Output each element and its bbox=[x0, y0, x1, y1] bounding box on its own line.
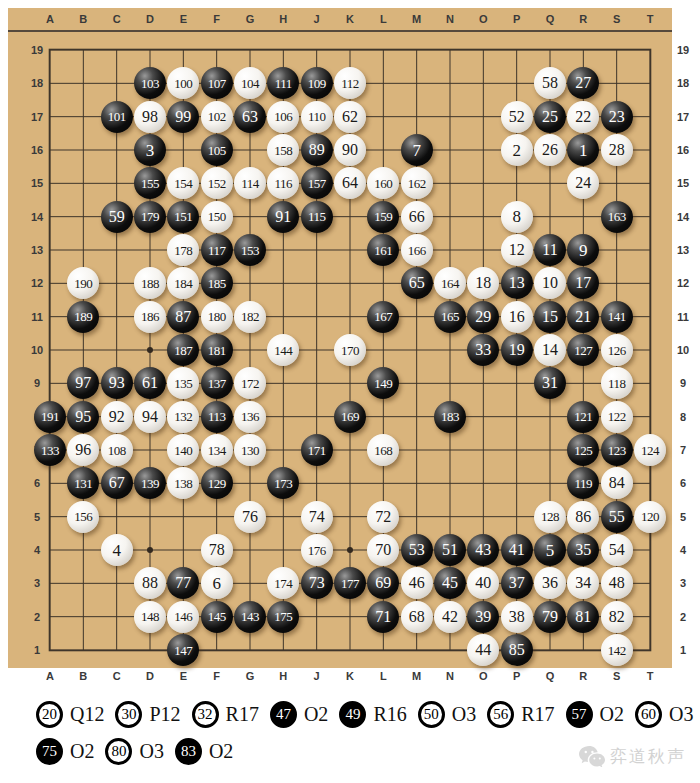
caption-stone-black-49: 49 bbox=[339, 701, 366, 728]
stone-black-55: 55 bbox=[601, 501, 633, 533]
stone-black-99: 99 bbox=[167, 101, 199, 133]
coord-right-19: 19 bbox=[677, 44, 689, 56]
coord-left-17: 17 bbox=[31, 111, 43, 123]
caption-stone-black-75: 75 bbox=[36, 738, 63, 765]
go-game-diagram-page: AABBCCDDEEFFGGHHJJKKLLMMNNOOPPQQRRSSTT19… bbox=[0, 0, 700, 783]
stone-black-153: 153 bbox=[234, 234, 266, 266]
coord-bottom-T: T bbox=[647, 670, 654, 682]
caption-move-57: 57O2 bbox=[566, 701, 624, 728]
stone-black-143: 143 bbox=[234, 601, 266, 633]
stone-white-16: 16 bbox=[501, 301, 533, 333]
caption-row-2: 75O280O383O2 bbox=[36, 738, 233, 765]
caption-coordinate: O2 bbox=[600, 703, 624, 726]
coord-top-T: T bbox=[647, 13, 654, 25]
stone-white-142: 142 bbox=[601, 634, 633, 666]
stone-white-170: 170 bbox=[334, 334, 366, 366]
caption-stone-white-56: 56 bbox=[487, 701, 514, 728]
caption-coordinate: O3 bbox=[452, 703, 476, 726]
caption-coordinate: O2 bbox=[70, 740, 94, 763]
coord-bottom-B: B bbox=[79, 670, 87, 682]
stone-black-5: 5 bbox=[534, 534, 566, 566]
stone-black-7: 7 bbox=[401, 134, 433, 166]
stone-black-113: 113 bbox=[201, 401, 233, 433]
coord-right-8: 8 bbox=[680, 411, 686, 423]
stone-black-183: 183 bbox=[434, 401, 466, 433]
coord-top-H: H bbox=[279, 13, 287, 25]
caption-move-20: 20Q12 bbox=[36, 701, 104, 728]
stone-white-186: 186 bbox=[134, 301, 166, 333]
caption-coordinate: R17 bbox=[226, 703, 259, 726]
stone-white-146: 146 bbox=[167, 601, 199, 633]
stone-black-91: 91 bbox=[267, 201, 299, 233]
stone-black-3: 3 bbox=[134, 134, 166, 166]
coord-top-O: O bbox=[479, 13, 488, 25]
stone-white-106: 106 bbox=[267, 101, 299, 133]
stone-black-107: 107 bbox=[201, 67, 233, 99]
stone-black-157: 157 bbox=[301, 167, 333, 199]
coord-top-S: S bbox=[613, 13, 620, 25]
coord-top-B: B bbox=[79, 13, 87, 25]
caption-move-80: 80O3 bbox=[105, 738, 163, 765]
stone-black-51: 51 bbox=[434, 534, 466, 566]
coord-left-19: 19 bbox=[31, 44, 43, 56]
stone-black-15: 15 bbox=[534, 301, 566, 333]
caption-move-30: 30P12 bbox=[115, 701, 180, 728]
coord-bottom-G: G bbox=[246, 670, 255, 682]
coord-top-R: R bbox=[579, 13, 587, 25]
coord-right-3: 3 bbox=[680, 577, 686, 589]
stone-white-12: 12 bbox=[501, 234, 533, 266]
stone-black-105: 105 bbox=[201, 134, 233, 166]
stone-white-78: 78 bbox=[201, 534, 233, 566]
stone-white-68: 68 bbox=[401, 601, 433, 633]
stone-black-141: 141 bbox=[601, 301, 633, 333]
coord-left-13: 13 bbox=[31, 244, 43, 256]
coord-left-2: 2 bbox=[34, 611, 40, 623]
coord-right-12: 12 bbox=[677, 277, 689, 289]
stone-white-124: 124 bbox=[634, 434, 666, 466]
stone-black-159: 159 bbox=[367, 201, 399, 233]
stone-white-82: 82 bbox=[601, 601, 633, 633]
stone-black-13: 13 bbox=[501, 267, 533, 299]
stone-white-166: 166 bbox=[401, 234, 433, 266]
coord-bottom-D: D bbox=[146, 670, 154, 682]
coord-bottom-R: R bbox=[579, 670, 587, 682]
stone-black-165: 165 bbox=[434, 301, 466, 333]
stone-black-121: 121 bbox=[567, 401, 599, 433]
coord-bottom-S: S bbox=[613, 670, 620, 682]
stone-white-92: 92 bbox=[101, 401, 133, 433]
caption-stone-white-50: 50 bbox=[418, 701, 445, 728]
stone-black-145: 145 bbox=[201, 601, 233, 633]
coord-left-4: 4 bbox=[34, 544, 40, 556]
coord-top-D: D bbox=[146, 13, 154, 25]
stone-white-84: 84 bbox=[601, 467, 633, 499]
coord-left-18: 18 bbox=[31, 77, 43, 89]
coord-top-Q: Q bbox=[546, 13, 555, 25]
stone-black-179: 179 bbox=[134, 201, 166, 233]
stone-white-130: 130 bbox=[234, 434, 266, 466]
stone-black-81: 81 bbox=[567, 601, 599, 633]
coord-bottom-C: C bbox=[113, 670, 121, 682]
caption-coordinate: O3 bbox=[139, 740, 163, 763]
stone-black-133: 133 bbox=[34, 434, 66, 466]
coord-right-10: 10 bbox=[677, 344, 689, 356]
stone-black-39: 39 bbox=[467, 601, 499, 633]
caption-coordinate: Q12 bbox=[70, 703, 104, 726]
coord-left-9: 9 bbox=[34, 377, 40, 389]
stone-white-128: 128 bbox=[534, 501, 566, 533]
coord-bottom-J: J bbox=[314, 670, 320, 682]
coord-left-14: 14 bbox=[31, 211, 43, 223]
stone-white-90: 90 bbox=[334, 134, 366, 166]
coord-left-3: 3 bbox=[34, 577, 40, 589]
stone-black-171: 171 bbox=[301, 434, 333, 466]
stone-white-110: 110 bbox=[301, 101, 333, 133]
stone-white-122: 122 bbox=[601, 401, 633, 433]
stone-white-86: 86 bbox=[567, 501, 599, 533]
coord-bottom-P: P bbox=[513, 670, 520, 682]
stone-white-150: 150 bbox=[201, 201, 233, 233]
coord-left-10: 10 bbox=[31, 344, 43, 356]
stone-white-46: 46 bbox=[401, 567, 433, 599]
stone-white-152: 152 bbox=[201, 167, 233, 199]
coord-bottom-F: F bbox=[213, 670, 220, 682]
caption-stone-white-32: 32 bbox=[192, 701, 219, 728]
caption-stone-black-57: 57 bbox=[566, 701, 593, 728]
stone-white-134: 134 bbox=[201, 434, 233, 466]
coord-left-15: 15 bbox=[31, 177, 43, 189]
coord-right-14: 14 bbox=[677, 211, 689, 223]
coord-right-4: 4 bbox=[680, 544, 686, 556]
coord-right-6: 6 bbox=[680, 477, 686, 489]
caption-row-1: 20Q1230P1232R1747O249R1650O356R1757O260O… bbox=[36, 701, 693, 728]
coord-right-9: 9 bbox=[680, 377, 686, 389]
stone-black-79: 79 bbox=[534, 601, 566, 633]
stone-black-85: 85 bbox=[501, 634, 533, 666]
stone-black-63: 63 bbox=[234, 101, 266, 133]
coord-bottom-H: H bbox=[279, 670, 287, 682]
stone-black-41: 41 bbox=[501, 534, 533, 566]
stone-white-98: 98 bbox=[134, 101, 166, 133]
stone-white-126: 126 bbox=[601, 334, 633, 366]
caption-coordinate: O3 bbox=[669, 703, 693, 726]
stone-black-115: 115 bbox=[301, 201, 333, 233]
watermark-text: 弈道秋声 bbox=[610, 745, 686, 768]
caption-move-75: 75O2 bbox=[36, 738, 94, 765]
coord-bottom-Q: Q bbox=[546, 670, 555, 682]
stone-black-59: 59 bbox=[101, 201, 133, 233]
stone-white-6: 6 bbox=[201, 567, 233, 599]
coord-bottom-A: A bbox=[46, 670, 54, 682]
coord-top-F: F bbox=[213, 13, 220, 25]
stone-white-148: 148 bbox=[134, 601, 166, 633]
stone-white-48: 48 bbox=[601, 567, 633, 599]
coord-right-2: 2 bbox=[680, 611, 686, 623]
coord-bottom-O: O bbox=[479, 670, 488, 682]
stone-white-74: 74 bbox=[301, 501, 333, 533]
stone-black-189: 189 bbox=[67, 301, 99, 333]
stone-black-163: 163 bbox=[601, 201, 633, 233]
stone-black-37: 37 bbox=[501, 567, 533, 599]
stone-black-87: 87 bbox=[167, 301, 199, 333]
stone-white-42: 42 bbox=[434, 601, 466, 633]
stone-white-52: 52 bbox=[501, 101, 533, 133]
stone-white-38: 38 bbox=[501, 601, 533, 633]
stone-white-62: 62 bbox=[334, 101, 366, 133]
stone-white-132: 132 bbox=[167, 401, 199, 433]
caption-move-83: 83O2 bbox=[175, 738, 233, 765]
stone-black-117: 117 bbox=[201, 234, 233, 266]
coord-bottom-L: L bbox=[380, 670, 387, 682]
stone-black-71: 71 bbox=[367, 601, 399, 633]
coord-top-P: P bbox=[513, 13, 520, 25]
stone-white-156: 156 bbox=[67, 501, 99, 533]
stone-black-67: 67 bbox=[101, 467, 133, 499]
coord-left-5: 5 bbox=[34, 511, 40, 523]
stone-black-25: 25 bbox=[534, 101, 566, 133]
stone-black-73: 73 bbox=[301, 567, 333, 599]
stone-white-76: 76 bbox=[234, 501, 266, 533]
coord-right-18: 18 bbox=[677, 77, 689, 89]
caption-move-49: 49R16 bbox=[339, 701, 406, 728]
coord-left-16: 16 bbox=[31, 144, 43, 156]
stone-black-29: 29 bbox=[467, 301, 499, 333]
stone-white-66: 66 bbox=[401, 201, 433, 233]
stone-black-19: 19 bbox=[501, 334, 533, 366]
caption-move-50: 50O3 bbox=[418, 701, 476, 728]
stone-black-175: 175 bbox=[267, 601, 299, 633]
coord-top-M: M bbox=[412, 13, 421, 25]
stone-white-4: 4 bbox=[101, 534, 133, 566]
watermark: 弈道秋声 bbox=[579, 745, 686, 768]
coord-right-11: 11 bbox=[677, 311, 689, 323]
coord-top-E: E bbox=[180, 13, 187, 25]
coord-top-N: N bbox=[446, 13, 454, 25]
stone-black-101: 101 bbox=[101, 101, 133, 133]
stone-white-120: 120 bbox=[634, 501, 666, 533]
stone-white-14: 14 bbox=[534, 334, 566, 366]
coord-right-5: 5 bbox=[680, 511, 686, 523]
coord-top-J: J bbox=[314, 13, 320, 25]
stone-black-123: 123 bbox=[601, 434, 633, 466]
stone-white-28: 28 bbox=[601, 134, 633, 166]
caption-move-32: 32R17 bbox=[192, 701, 259, 728]
coord-right-13: 13 bbox=[677, 244, 689, 256]
coord-right-16: 16 bbox=[677, 144, 689, 156]
stone-black-185: 185 bbox=[201, 267, 233, 299]
stone-white-182: 182 bbox=[234, 301, 266, 333]
stone-white-162: 162 bbox=[401, 167, 433, 199]
caption-stone-black-47: 47 bbox=[270, 701, 297, 728]
coord-left-11: 11 bbox=[31, 311, 43, 323]
stone-white-54: 54 bbox=[601, 534, 633, 566]
stone-black-93: 93 bbox=[101, 367, 133, 399]
coord-left-1: 1 bbox=[34, 644, 40, 656]
stone-white-8: 8 bbox=[501, 201, 533, 233]
stone-white-102: 102 bbox=[201, 101, 233, 133]
coord-right-7: 7 bbox=[680, 444, 686, 456]
stone-black-191: 191 bbox=[34, 401, 66, 433]
stone-black-21: 21 bbox=[567, 301, 599, 333]
caption-coordinate: R16 bbox=[373, 703, 406, 726]
coord-right-1: 1 bbox=[680, 644, 686, 656]
coord-bottom-M: M bbox=[412, 670, 421, 682]
coord-top-K: K bbox=[346, 13, 354, 25]
stone-black-137: 137 bbox=[201, 367, 233, 399]
coord-top-C: C bbox=[113, 13, 121, 25]
stone-black-53: 53 bbox=[401, 534, 433, 566]
caption-coordinate: R17 bbox=[521, 703, 554, 726]
stone-white-180: 180 bbox=[201, 301, 233, 333]
caption-move-47: 47O2 bbox=[270, 701, 328, 728]
coord-top-A: A bbox=[46, 13, 54, 25]
coord-bottom-N: N bbox=[446, 670, 454, 682]
caption-coordinate: O2 bbox=[209, 740, 233, 763]
stone-white-22: 22 bbox=[567, 101, 599, 133]
wechat-icon bbox=[579, 746, 605, 767]
stone-white-2: 2 bbox=[501, 134, 533, 166]
stone-black-109: 109 bbox=[301, 67, 333, 99]
caption-coordinate: O2 bbox=[304, 703, 328, 726]
stone-black-23: 23 bbox=[601, 101, 633, 133]
coord-top-G: G bbox=[246, 13, 255, 25]
stone-white-118: 118 bbox=[601, 367, 633, 399]
coord-bottom-E: E bbox=[180, 670, 187, 682]
stone-white-108: 108 bbox=[101, 434, 133, 466]
coord-left-12: 12 bbox=[31, 277, 43, 289]
caption-stone-white-20: 20 bbox=[36, 701, 63, 728]
stone-black-65: 65 bbox=[401, 267, 433, 299]
stone-white-72: 72 bbox=[367, 501, 399, 533]
stone-black-167: 167 bbox=[367, 301, 399, 333]
caption-stone-white-60: 60 bbox=[635, 701, 662, 728]
caption-move-60: 60O3 bbox=[635, 701, 693, 728]
stone-black-181: 181 bbox=[201, 334, 233, 366]
stone-white-176: 176 bbox=[301, 534, 333, 566]
caption-stone-white-80: 80 bbox=[105, 738, 132, 765]
caption-coordinate: P12 bbox=[149, 703, 180, 726]
coord-bottom-K: K bbox=[346, 670, 354, 682]
stone-black-89: 89 bbox=[301, 134, 333, 166]
stone-black-11: 11 bbox=[534, 234, 566, 266]
coord-right-15: 15 bbox=[677, 177, 689, 189]
caption-stone-black-83: 83 bbox=[175, 738, 202, 765]
stone-black-151: 151 bbox=[167, 201, 199, 233]
stone-white-136: 136 bbox=[234, 401, 266, 433]
coord-left-6: 6 bbox=[34, 477, 40, 489]
stone-black-95: 95 bbox=[67, 401, 99, 433]
coord-right-17: 17 bbox=[677, 111, 689, 123]
caption-stone-white-30: 30 bbox=[115, 701, 142, 728]
stone-white-26: 26 bbox=[534, 134, 566, 166]
stone-white-94: 94 bbox=[134, 401, 166, 433]
coord-top-L: L bbox=[380, 13, 387, 25]
caption-move-56: 56R17 bbox=[487, 701, 554, 728]
stone-black-129: 129 bbox=[201, 467, 233, 499]
stone-black-169: 169 bbox=[334, 401, 366, 433]
